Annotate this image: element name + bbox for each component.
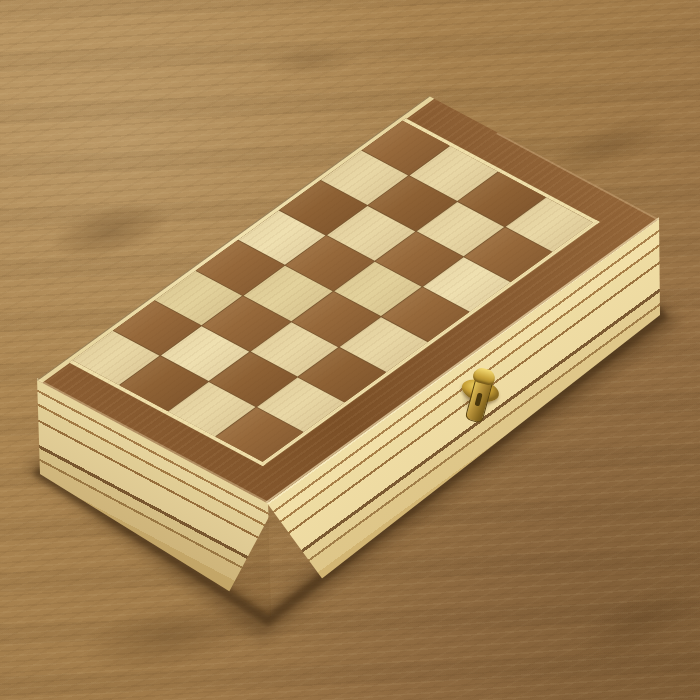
- scene: [0, 0, 700, 700]
- chess-box: [0, 0, 700, 700]
